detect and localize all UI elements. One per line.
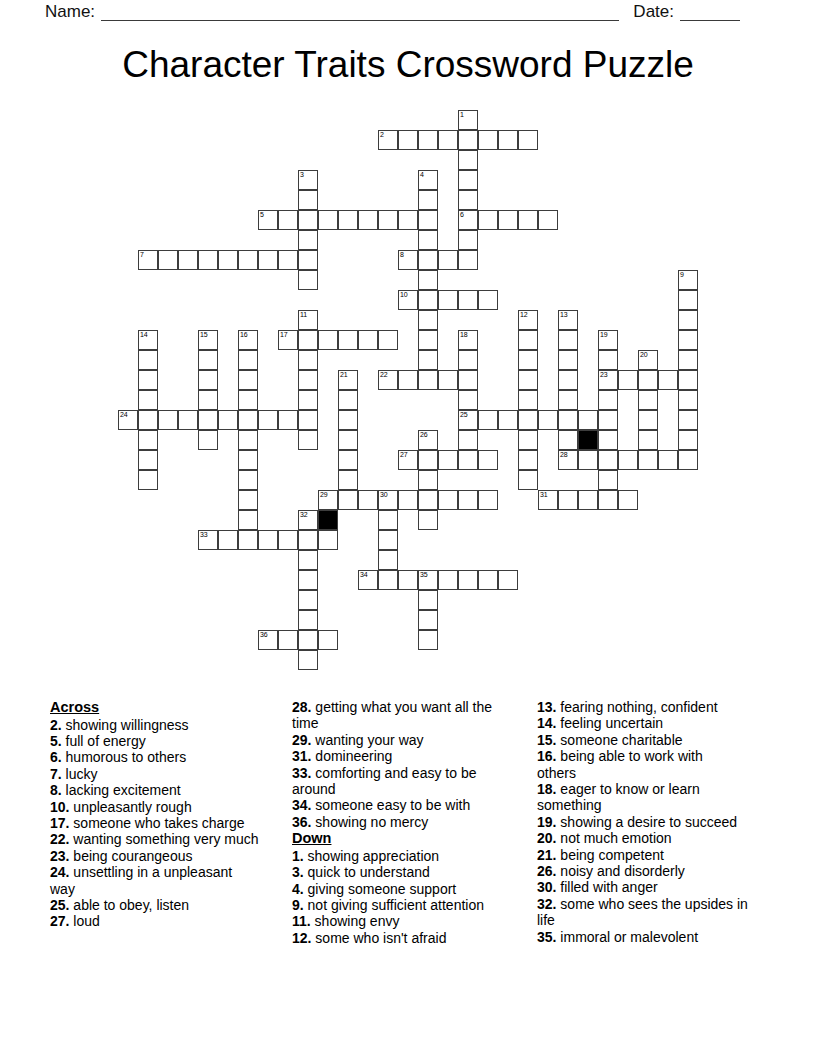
grid-cell[interactable] [418,610,438,630]
grid-cell[interactable] [418,130,438,150]
clue-column: 28. getting what you want all the time29… [292,699,537,946]
grid-cell[interactable] [278,630,298,650]
grid-cell[interactable]: 1 [458,110,478,130]
grid-cell[interactable] [418,350,438,370]
clue-item: 30. filled with anger [537,879,770,895]
grid-cell[interactable] [138,430,158,450]
cell-number: 30 [380,491,387,499]
cell-number: 21 [340,371,347,379]
grid-cell[interactable] [378,570,398,590]
grid-cell[interactable] [318,630,338,650]
grid-cell[interactable] [678,330,698,350]
grid-cell[interactable] [458,350,478,370]
grid-cell[interactable] [298,190,318,210]
clue-item: 25. able to obey, listen [50,897,292,913]
grid-cell[interactable] [478,130,498,150]
clue-item: 32. some who sees the upsides in life [537,896,770,929]
clue-number: 35. [537,929,556,945]
grid-cell[interactable] [438,450,458,470]
grid-cell[interactable]: 15 [198,330,218,350]
clue-number: 7. [50,766,62,782]
grid-cell[interactable] [398,570,418,590]
grid-cell[interactable] [278,410,298,430]
grid-cell[interactable] [538,210,558,230]
grid-cell[interactable] [678,370,698,390]
grid-cell[interactable] [418,310,438,330]
grid-cell[interactable] [338,430,358,450]
grid-cell[interactable] [418,490,438,510]
grid-cell[interactable] [458,370,478,390]
grid-cell[interactable] [298,210,318,230]
grid-cell[interactable] [458,290,478,310]
grid-cell[interactable] [198,390,218,410]
clue-number: 28. [292,699,311,715]
grid-cell[interactable]: 28 [558,450,578,470]
grid-cell[interactable] [498,570,518,590]
grid-cell[interactable] [398,130,418,150]
grid-cell[interactable] [458,490,478,510]
grid-cell[interactable]: 27 [398,450,418,470]
grid-cell[interactable] [298,390,318,410]
clue-item: 34. someone easy to be with [292,797,537,813]
grid-cell[interactable]: 21 [338,370,358,390]
clue-item: 22. wanting something very much [50,831,292,847]
grid-cell[interactable] [238,450,258,470]
grid-cell[interactable] [278,210,298,230]
grid-cell[interactable] [418,230,438,250]
clue-number: 23. [50,848,69,864]
grid-cell[interactable]: 16 [238,330,258,350]
clue-number: 34. [292,797,311,813]
black-cell [578,430,598,450]
clue-number: 33. [292,765,311,781]
grid-cell[interactable] [298,550,318,570]
clue-item: 27. loud [50,913,292,929]
grid-cell[interactable] [298,410,318,430]
grid-cell[interactable] [418,590,438,610]
grid-cell[interactable]: 25 [458,410,478,430]
grid-cell[interactable] [458,130,478,150]
grid-cell[interactable] [518,410,538,430]
grid-cell[interactable] [158,410,178,430]
grid-cell[interactable] [558,390,578,410]
grid-cell[interactable]: 30 [378,490,398,510]
grid-cell[interactable] [438,290,458,310]
clue-item: 5. full of energy [50,733,292,749]
grid-cell[interactable] [658,450,678,470]
clue-number: 30. [537,879,556,895]
grid-cell[interactable]: 6 [458,210,478,230]
grid-cell[interactable] [478,210,498,230]
grid-cell[interactable] [458,430,478,450]
grid-cell[interactable] [578,450,598,470]
grid-cell[interactable]: 2 [378,130,398,150]
grid-cell[interactable]: 32 [298,510,318,530]
grid-cell[interactable] [418,270,438,290]
clue-item: 18. eager to know or learn something [537,781,770,814]
clue-item: 1. showing appreciation [292,848,537,864]
cell-number: 10 [400,291,407,299]
cell-number: 29 [320,491,327,499]
grid-cell[interactable] [478,290,498,310]
worksheet-page: Name: Date: Character Traits Crossword P… [0,0,816,1056]
grid-cell[interactable]: 22 [378,370,398,390]
grid-cell[interactable] [198,370,218,390]
clue-item: 11. showing envy [292,913,537,929]
grid-cell[interactable] [518,330,538,350]
grid-cell[interactable] [558,330,578,350]
grid-cell[interactable] [498,130,518,150]
grid-cell[interactable] [298,330,318,350]
grid-cell[interactable] [638,410,658,430]
grid-cell[interactable] [358,330,378,350]
cell-number: 23 [600,371,607,379]
grid-cell[interactable]: 17 [278,330,298,350]
grid-cell[interactable] [258,250,278,270]
grid-cell[interactable]: 3 [298,170,318,190]
clue-item: 21. being competent [537,847,770,863]
clue-column: 13. fearing nothing, confident14. feelin… [537,699,770,946]
grid-cell[interactable] [478,570,498,590]
grid-cell[interactable] [298,250,318,270]
clue-item: 6. humorous to others [50,749,292,765]
cell-number: 15 [200,331,207,339]
grid-cell[interactable] [218,410,238,430]
clue-list-header: Down [292,830,537,847]
grid-cell[interactable] [138,450,158,470]
cell-number: 6 [460,211,464,219]
grid-cell[interactable] [318,330,338,350]
grid-cell[interactable] [298,270,318,290]
grid-cell[interactable] [558,350,578,370]
grid-cell[interactable]: 5 [258,210,278,230]
grid-cell[interactable] [238,510,258,530]
grid-cell[interactable] [418,250,438,270]
grid-cell[interactable] [678,290,698,310]
clue-number: 19. [537,814,556,830]
grid-cell[interactable] [558,370,578,390]
clue-number: 32. [537,896,556,912]
cell-number: 16 [240,331,247,339]
grid-cell[interactable] [678,410,698,430]
black-cell [318,510,338,530]
grid-cell[interactable] [398,210,418,230]
grid-cell[interactable] [138,410,158,430]
grid-cell[interactable] [438,250,458,270]
grid-cell[interactable]: 7 [138,250,158,270]
grid-cell[interactable] [198,430,218,450]
clue-number: 31. [292,748,311,764]
clue-number: 9. [292,897,304,913]
grid-cell[interactable] [598,390,618,410]
grid-cell[interactable] [198,410,218,430]
grid-cell[interactable] [458,250,478,270]
clue-number: 24. [50,864,69,880]
cell-number: 2 [380,131,384,139]
clue-item: 29. wanting your way [292,732,537,748]
clue-number: 29. [292,732,311,748]
grid-cell[interactable] [518,450,538,470]
grid-cell[interactable] [518,390,538,410]
grid-cell[interactable] [678,430,698,450]
grid-cell[interactable] [418,370,438,390]
grid-cell[interactable] [198,350,218,370]
grid-cell[interactable] [518,470,538,490]
grid-cell[interactable] [438,370,458,390]
grid-cell[interactable] [418,290,438,310]
clue-item: 24. unsettling in a unpleasant way [50,864,292,897]
grid-cell[interactable] [378,530,398,550]
grid-cell[interactable] [298,350,318,370]
grid-cell[interactable] [418,630,438,650]
cell-number: 8 [400,251,404,259]
grid-cell[interactable] [678,310,698,330]
grid-cell[interactable]: 12 [518,310,538,330]
grid-cell[interactable] [298,610,318,630]
grid-cell[interactable] [338,390,358,410]
grid-cell[interactable] [598,470,618,490]
grid-cell[interactable] [138,350,158,370]
grid-cell[interactable]: 4 [418,170,438,190]
grid-cell[interactable] [298,590,318,610]
grid-cell[interactable] [638,450,658,470]
cell-number: 35 [420,571,427,579]
grid-cell[interactable] [138,470,158,490]
grid-cell[interactable] [418,450,438,470]
grid-cell[interactable] [478,410,498,430]
clue-item: 35. immoral or malevolent [537,929,770,945]
grid-cell[interactable] [618,450,638,470]
grid-cell[interactable] [678,450,698,470]
clue-number: 2. [50,717,62,733]
clue-number: 21. [537,847,556,863]
grid-cell[interactable] [318,530,338,550]
grid-cell[interactable] [338,210,358,230]
date-field-line[interactable] [680,16,740,21]
grid-cell[interactable] [618,490,638,510]
grid-cell[interactable] [478,450,498,470]
clue-number: 5. [50,733,62,749]
grid-cell[interactable] [518,130,538,150]
clue-number: 6. [50,749,62,765]
grid-cell[interactable] [638,430,658,450]
grid-cell[interactable] [218,530,238,550]
grid-cell[interactable] [598,450,618,470]
grid-cell[interactable] [158,250,178,270]
grid-cell[interactable] [598,490,618,510]
grid-cell[interactable] [438,490,458,510]
grid-cell[interactable] [558,430,578,450]
grid-cell[interactable] [558,410,578,430]
grid-cell[interactable] [238,430,258,450]
grid-cell[interactable]: 20 [638,350,658,370]
grid-cell[interactable]: 26 [418,430,438,450]
grid-cell[interactable] [238,410,258,430]
clue-item: 8. lacking excitement [50,782,292,798]
grid-cell[interactable] [598,350,618,370]
grid-cell[interactable] [658,370,678,390]
grid-cell[interactable] [418,510,438,530]
grid-cell[interactable]: 10 [398,290,418,310]
grid-cell[interactable] [198,250,218,270]
name-date-header: Name: Date: [45,2,740,21]
cell-number: 3 [300,171,304,179]
grid-cell[interactable] [338,490,358,510]
grid-cell[interactable] [298,650,318,670]
grid-cell[interactable] [438,570,458,590]
grid-cell[interactable] [598,430,618,450]
grid-cell[interactable] [498,410,518,430]
grid-cell[interactable] [558,490,578,510]
clue-number: 12. [292,930,311,946]
grid-cell[interactable] [678,350,698,370]
grid-cell[interactable] [298,430,318,450]
grid-cell[interactable] [378,330,398,350]
grid-cell[interactable] [458,170,478,190]
grid-cell[interactable] [238,530,258,550]
cell-number: 24 [120,411,127,419]
grid-cell[interactable] [298,370,318,390]
grid-cell[interactable]: 23 [598,370,618,390]
clue-number: 15. [537,732,556,748]
grid-cell[interactable] [598,410,618,430]
clue-item: 15. someone charitable [537,732,770,748]
cell-number: 22 [380,371,387,379]
clue-item: 9. not giving sufficient attention [292,897,537,913]
grid-cell[interactable] [338,450,358,470]
grid-cell[interactable]: 11 [298,310,318,330]
cell-number: 20 [640,351,647,359]
clue-number: 13. [537,699,556,715]
grid-cell[interactable] [418,190,438,210]
cell-number: 14 [140,331,147,339]
grid-cell[interactable] [278,530,298,550]
grid-cell[interactable] [458,190,478,210]
grid-cell[interactable] [518,370,538,390]
grid-cell[interactable]: 18 [458,330,478,350]
grid-cell[interactable]: 31 [538,490,558,510]
grid-cell[interactable]: 29 [318,490,338,510]
grid-cell[interactable]: 35 [418,570,438,590]
grid-cell[interactable]: 13 [558,310,578,330]
cell-number: 17 [280,331,287,339]
grid-cell[interactable] [578,490,598,510]
grid-cell[interactable] [418,330,438,350]
grid-cell[interactable] [278,250,298,270]
grid-cell[interactable] [338,470,358,490]
name-field-line[interactable] [101,16,619,21]
grid-cell[interactable] [298,230,318,250]
clue-item: 20. not much emotion [537,830,770,846]
grid-cell[interactable] [398,370,418,390]
grid-cell[interactable] [518,210,538,230]
grid-cell[interactable] [458,230,478,250]
grid-cell[interactable] [138,390,158,410]
grid-cell[interactable] [458,570,478,590]
grid-cell[interactable] [238,490,258,510]
grid-cell[interactable]: 34 [358,570,378,590]
grid-cell[interactable] [498,210,518,230]
crossword-grid: 1234567891011121314151617181920212223242… [118,110,698,670]
grid-cell[interactable] [638,370,658,390]
clue-number: 36. [292,814,311,830]
clue-column: Across2. showing willingness5. full of e… [50,699,292,946]
grid-cell[interactable] [378,510,398,530]
cell-number: 11 [300,311,307,319]
grid-cell[interactable] [638,390,658,410]
clue-item: 7. lucky [50,766,292,782]
grid-cell[interactable] [178,250,198,270]
clue-item: 13. fearing nothing, confident [537,699,770,715]
cell-number: 36 [260,631,267,639]
grid-cell[interactable] [518,430,538,450]
grid-cell[interactable] [538,410,558,430]
grid-cell[interactable] [338,410,358,430]
grid-cell[interactable]: 8 [398,250,418,270]
grid-cell[interactable] [438,130,458,150]
grid-cell[interactable] [298,630,318,650]
grid-cell[interactable] [138,370,158,390]
grid-cell[interactable] [238,470,258,490]
grid-cell[interactable] [358,210,378,230]
grid-cell[interactable]: 36 [258,630,278,650]
grid-cell[interactable]: 33 [198,530,218,550]
clue-item: 26. noisy and disorderly [537,863,770,879]
grid-cell[interactable] [258,530,278,550]
clue-item: 31. domineering [292,748,537,764]
grid-cell[interactable] [418,210,438,230]
grid-cell[interactable] [258,410,278,430]
cell-number: 25 [460,411,467,419]
grid-cell[interactable] [358,490,378,510]
clue-item: 10. unpleasantly rough [50,799,292,815]
clue-item: 23. being courangeous [50,848,292,864]
grid-cell[interactable]: 19 [598,330,618,350]
grid-cell[interactable] [178,410,198,430]
grid-cell[interactable] [418,470,438,490]
grid-cell[interactable] [298,570,318,590]
grid-cell[interactable] [238,350,258,370]
clue-number: 11. [292,913,311,929]
cell-number: 33 [200,531,207,539]
grid-cell[interactable]: 14 [138,330,158,350]
grid-cell[interactable] [578,410,598,430]
grid-cell[interactable] [338,330,358,350]
grid-cell[interactable] [238,250,258,270]
grid-cell[interactable] [618,370,638,390]
grid-cell[interactable] [478,490,498,510]
grid-cell[interactable] [218,250,238,270]
grid-cell[interactable]: 24 [118,410,138,430]
grid-cell[interactable] [238,390,258,410]
clue-item: 33. comforting and easy to be around [292,765,537,798]
clue-item: 19. showing a desire to succeed [537,814,770,830]
grid-cell[interactable] [318,210,338,230]
grid-cell[interactable] [458,390,478,410]
cell-number: 5 [260,211,264,219]
grid-cell[interactable] [378,550,398,570]
grid-cell[interactable] [678,390,698,410]
cell-number: 9 [680,271,684,279]
grid-cell[interactable] [518,350,538,370]
grid-cell[interactable]: 9 [678,270,698,290]
grid-cell[interactable] [458,450,478,470]
grid-cell[interactable] [298,530,318,550]
grid-cell[interactable] [238,370,258,390]
grid-cell[interactable] [398,490,418,510]
grid-cell[interactable] [378,210,398,230]
grid-cell[interactable] [458,150,478,170]
